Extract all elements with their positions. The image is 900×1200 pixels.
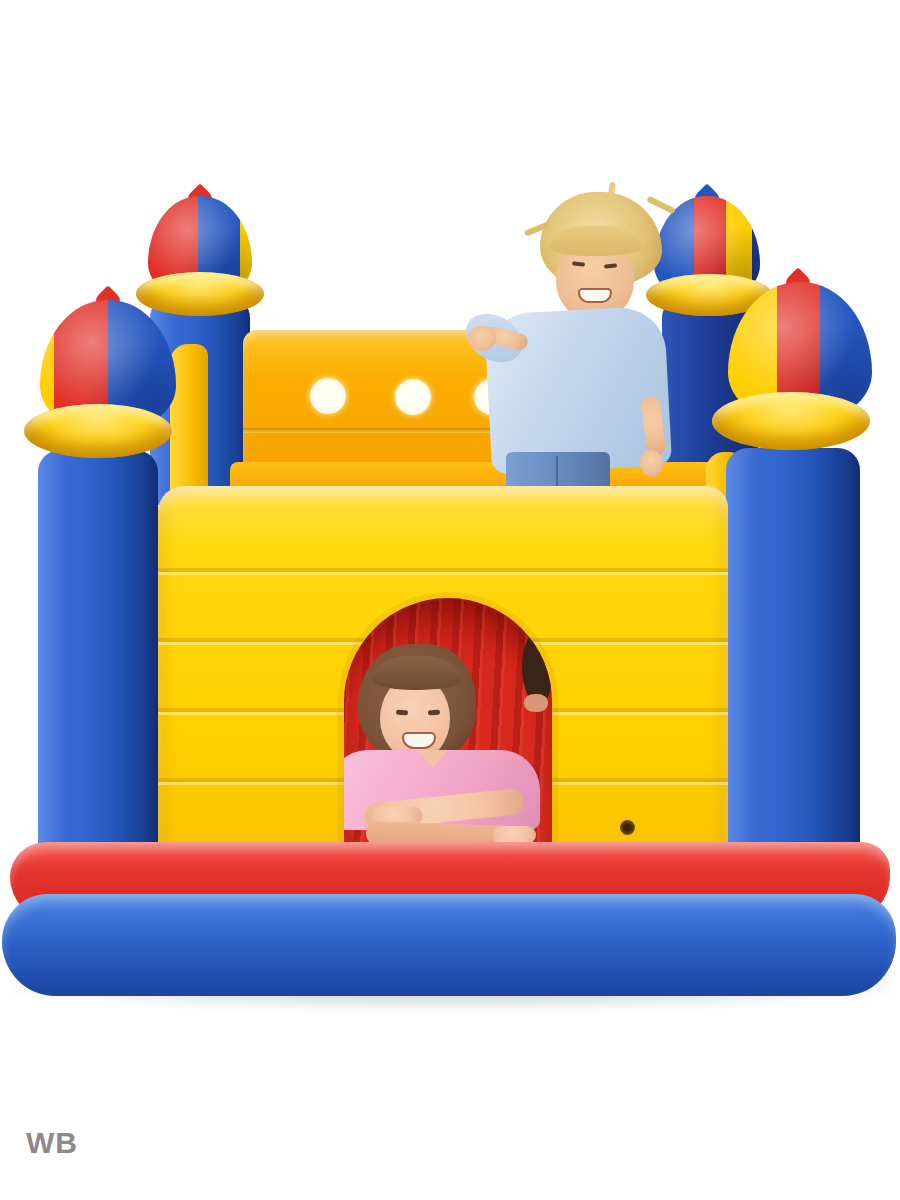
front-left-tower-ring [24, 404, 172, 458]
watermark-text: WB [26, 1126, 78, 1159]
air-valve [620, 820, 635, 835]
boy-smile [578, 288, 612, 303]
left-side-wall-rail [170, 344, 208, 494]
product-photo: WB [0, 0, 900, 1200]
back-left-tower-ring [136, 272, 264, 316]
front-right-tower-cylinder [726, 448, 860, 868]
boy-fringe [550, 226, 642, 256]
back-wall-hole-2 [395, 379, 431, 415]
girl-left-eye [396, 710, 408, 716]
girl-smile [402, 732, 436, 749]
boy-hair-strand [646, 196, 676, 215]
watermark: WB [26, 1126, 78, 1160]
boy [440, 180, 700, 500]
boy-left-hand [640, 450, 663, 477]
boy-right-fist [468, 326, 496, 351]
base-blue-bumper [2, 894, 896, 996]
front-wall [158, 486, 728, 858]
front-right-tower-ring [712, 392, 870, 450]
front-left-tower-cylinder [38, 450, 158, 870]
back-wall-hole-1 [310, 378, 346, 414]
doorway-arch [344, 598, 552, 858]
girl-right-eye [428, 710, 440, 716]
girl [344, 598, 552, 858]
